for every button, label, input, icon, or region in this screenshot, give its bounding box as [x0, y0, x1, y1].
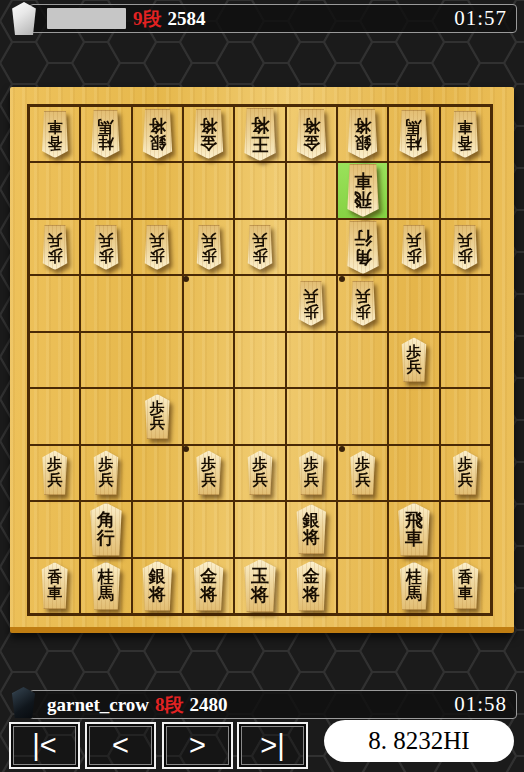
board-cell-4c[interactable]	[286, 219, 337, 275]
top-player-name-redacted	[47, 8, 126, 29]
piece-kanji: 飛車	[340, 164, 386, 217]
piece-kanji: 歩兵	[37, 225, 73, 270]
shogi-piece-k-51[interactable]: 王将	[237, 108, 283, 161]
shogi-piece-S-79[interactable]: 銀将	[136, 561, 179, 611]
board-cell-8b[interactable]	[80, 162, 131, 218]
piece-kanji: 歩兵	[242, 450, 278, 495]
piece-kanji: 玉将	[237, 559, 283, 612]
shogi-piece-N-29[interactable]: 桂馬	[393, 562, 434, 610]
board-cell-3h[interactable]	[337, 501, 388, 557]
piece-kanji: 飛車	[391, 503, 437, 556]
piece-kanji: 角行	[340, 221, 386, 274]
board-cell-9f[interactable]	[29, 388, 80, 444]
piece-kanji: 歩兵	[191, 450, 227, 495]
piece-kanji: 香車	[36, 111, 74, 158]
board-cell-9b[interactable]	[29, 162, 80, 218]
board-cell-8c[interactable]: 歩兵	[80, 219, 131, 275]
shogi-piece-p-23[interactable]: 歩兵	[396, 225, 432, 270]
piece-kanji: 歩兵	[345, 281, 381, 326]
piece-kanji: 桂馬	[393, 110, 434, 158]
board-cell-5e[interactable]	[234, 332, 285, 388]
shogi-piece-K-59[interactable]: 玉将	[237, 559, 283, 612]
board-cell-8e[interactable]	[80, 332, 131, 388]
piece-kanji: 歩兵	[88, 225, 124, 270]
board-cell-3e[interactable]	[337, 332, 388, 388]
board-cell-2b[interactable]	[388, 162, 439, 218]
board-cell-2c[interactable]: 歩兵	[388, 219, 439, 275]
piece-kanji: 歩兵	[242, 225, 278, 270]
board-cell-5c[interactable]: 歩兵	[234, 219, 285, 275]
shogi-piece-s-71[interactable]: 銀将	[136, 109, 179, 159]
board-cell-9h[interactable]	[29, 501, 80, 557]
shogi-piece-b-33[interactable]: 角行	[340, 221, 386, 274]
board-cell-9e[interactable]	[29, 332, 80, 388]
shogi-piece-p-13[interactable]: 歩兵	[447, 225, 483, 270]
piece-kanji: 歩兵	[447, 225, 483, 270]
board-cell-4e[interactable]	[286, 332, 337, 388]
piece-kanji: 歩兵	[293, 281, 329, 326]
board-cell-8g[interactable]: 歩兵	[80, 445, 131, 501]
first-move-button[interactable]: |<	[9, 722, 80, 769]
shogi-piece-p-73[interactable]: 歩兵	[139, 225, 175, 270]
board-cell-8i[interactable]: 桂馬	[80, 558, 131, 614]
board-cell-6d[interactable]	[183, 275, 234, 331]
board-cell-8a[interactable]: 桂馬	[80, 106, 131, 162]
board-cell-3i[interactable]	[337, 558, 388, 614]
shogi-piece-P-87[interactable]: 歩兵	[88, 450, 124, 495]
board-cell-5f[interactable]	[234, 388, 285, 444]
board-cell-3b[interactable]: 飛車	[337, 162, 388, 218]
board-cell-1a[interactable]: 香車	[440, 106, 491, 162]
shogi-piece-P-57[interactable]: 歩兵	[242, 450, 278, 495]
shogi-piece-R-28[interactable]: 飛車	[391, 503, 437, 556]
board-cell-1d[interactable]	[440, 275, 491, 331]
prev-move-button[interactable]: <	[85, 722, 156, 769]
board-cell-5b[interactable]	[234, 162, 285, 218]
board-cell-7h[interactable]	[132, 501, 183, 557]
piece-kanji: 歩兵	[447, 450, 483, 495]
shogi-piece-n-21[interactable]: 桂馬	[393, 110, 434, 158]
piece-kanji: 金将	[187, 561, 230, 611]
board-cell-3f[interactable]	[337, 388, 388, 444]
board-cell-1f[interactable]	[440, 388, 491, 444]
board-cell-7i[interactable]: 銀将	[132, 558, 183, 614]
board-cell-5g[interactable]: 歩兵	[234, 445, 285, 501]
board-cell-1i[interactable]: 香車	[440, 558, 491, 614]
board-cell-9d[interactable]	[29, 275, 80, 331]
shogi-piece-P-47[interactable]: 歩兵	[293, 450, 329, 495]
piece-kanji: 金将	[290, 561, 333, 611]
board-cell-2f[interactable]	[388, 388, 439, 444]
top-player-clock: 01:57	[454, 6, 507, 31]
shogi-piece-p-63[interactable]: 歩兵	[191, 225, 227, 270]
board-cell-9a[interactable]: 香車	[29, 106, 80, 162]
shogi-piece-L-99[interactable]: 香車	[36, 562, 74, 609]
board-cell-4b[interactable]	[286, 162, 337, 218]
shogi-piece-p-93[interactable]: 歩兵	[37, 225, 73, 270]
bottom-player-rank: 8段	[155, 692, 184, 718]
board-cell-7b[interactable]	[132, 162, 183, 218]
piece-kanji: 角行	[83, 503, 129, 556]
next-move-button[interactable]: >	[162, 722, 233, 769]
piece-kanji: 香車	[446, 562, 484, 609]
shogi-piece-r-32[interactable]: 飛車	[340, 164, 386, 217]
piece-kanji: 香車	[446, 111, 484, 158]
board-cell-1g[interactable]: 歩兵	[440, 445, 491, 501]
move-indicator: 8. 8232HI	[324, 720, 514, 762]
board-cell-5a[interactable]: 王将	[234, 106, 285, 162]
shogi-piece-P-76[interactable]: 歩兵	[139, 394, 175, 439]
board-cell-4d[interactable]: 歩兵	[286, 275, 337, 331]
piece-kanji: 歩兵	[396, 225, 432, 270]
top-player-rank: 9段	[133, 6, 162, 32]
board-cell-5i[interactable]: 玉将	[234, 558, 285, 614]
piece-kanji: 歩兵	[88, 450, 124, 495]
board-cell-6e[interactable]	[183, 332, 234, 388]
board-cell-2d[interactable]	[388, 275, 439, 331]
board-cell-1h[interactable]	[440, 501, 491, 557]
board-cell-1c[interactable]: 歩兵	[440, 219, 491, 275]
board-cell-6b[interactable]	[183, 162, 234, 218]
shogi-piece-P-97[interactable]: 歩兵	[37, 450, 73, 495]
top-player-bar: 9段 2584 01:57	[29, 4, 517, 33]
shogi-piece-S-48[interactable]: 銀将	[290, 504, 333, 554]
star-point	[183, 446, 189, 452]
shogi-piece-G-69[interactable]: 金将	[187, 561, 230, 611]
shogi-piece-p-83[interactable]: 歩兵	[88, 225, 124, 270]
shogi-piece-p-44[interactable]: 歩兵	[293, 281, 329, 326]
board-cell-7e[interactable]	[132, 332, 183, 388]
board-cell-3g[interactable]: 歩兵	[337, 445, 388, 501]
piece-kanji: 銀将	[136, 109, 179, 159]
board-cell-7c[interactable]: 歩兵	[132, 219, 183, 275]
shogi-piece-l-11[interactable]: 香車	[446, 111, 484, 158]
board-cell-6i[interactable]: 金将	[183, 558, 234, 614]
board-cell-5d[interactable]	[234, 275, 285, 331]
board-cell-6f[interactable]	[183, 388, 234, 444]
board-cell-2i[interactable]: 桂馬	[388, 558, 439, 614]
piece-kanji: 銀将	[290, 504, 333, 554]
board-cell-3d[interactable]: 歩兵	[337, 275, 388, 331]
board-cell-6h[interactable]	[183, 501, 234, 557]
piece-kanji: 歩兵	[139, 225, 175, 270]
board-cell-8d[interactable]	[80, 275, 131, 331]
star-point	[183, 276, 189, 282]
shogi-piece-G-49[interactable]: 金将	[290, 561, 333, 611]
last-move-button[interactable]: >|	[237, 722, 308, 769]
board-cell-2h[interactable]: 飛車	[388, 501, 439, 557]
board-cell-8f[interactable]	[80, 388, 131, 444]
piece-kanji: 桂馬	[85, 562, 126, 610]
piece-kanji: 銀将	[136, 561, 179, 611]
piece-kanji: 歩兵	[37, 450, 73, 495]
piece-kanji: 歩兵	[191, 225, 227, 270]
shogi-piece-L-19[interactable]: 香車	[446, 562, 484, 609]
bottom-player-clock: 01:58	[454, 692, 507, 717]
board-grid: 香車桂馬銀将金将王将金将銀将桂馬香車飛車歩兵歩兵歩兵歩兵歩兵角行歩兵歩兵歩兵歩兵…	[27, 104, 493, 616]
board-cell-6g[interactable]: 歩兵	[183, 445, 234, 501]
bottom-player-name: garnet_crow	[47, 694, 149, 716]
board-cell-4i[interactable]: 金将	[286, 558, 337, 614]
board-cell-6c[interactable]: 歩兵	[183, 219, 234, 275]
piece-kanji: 歩兵	[396, 337, 432, 382]
piece-kanji: 王将	[237, 108, 283, 161]
board-cell-2a[interactable]: 桂馬	[388, 106, 439, 162]
bottom-player-rating: 2480	[190, 694, 228, 716]
board-cell-9g[interactable]: 歩兵	[29, 445, 80, 501]
piece-kanji: 歩兵	[345, 450, 381, 495]
piece-kanji: 歩兵	[139, 394, 175, 439]
board-cell-7a[interactable]: 銀将	[132, 106, 183, 162]
top-player-rating: 2584	[168, 8, 206, 30]
board-cell-1e[interactable]	[440, 332, 491, 388]
board-cell-7f[interactable]: 歩兵	[132, 388, 183, 444]
piece-kanji: 歩兵	[293, 450, 329, 495]
piece-kanji: 桂馬	[85, 110, 126, 158]
board-cell-3c[interactable]: 角行	[337, 219, 388, 275]
shogi-piece-p-34[interactable]: 歩兵	[345, 281, 381, 326]
board-cell-3a[interactable]: 銀将	[337, 106, 388, 162]
shogi-piece-p-53[interactable]: 歩兵	[242, 225, 278, 270]
shogi-piece-g-41[interactable]: 金将	[290, 109, 333, 159]
shogi-piece-g-61[interactable]: 金将	[187, 109, 230, 159]
bottom-player-bar: garnet_crow 8段 2480 01:58	[29, 690, 517, 719]
board-cell-2g[interactable]	[388, 445, 439, 501]
board-cell-7g[interactable]	[132, 445, 183, 501]
shogi-piece-n-81[interactable]: 桂馬	[85, 110, 126, 158]
board-cell-7d[interactable]	[132, 275, 183, 331]
piece-kanji: 銀将	[341, 109, 384, 159]
board-cell-9c[interactable]: 歩兵	[29, 219, 80, 275]
board-cell-8h[interactable]: 角行	[80, 501, 131, 557]
shogi-piece-s-31[interactable]: 銀将	[341, 109, 384, 159]
board-cell-9i[interactable]: 香車	[29, 558, 80, 614]
board-cell-4f[interactable]	[286, 388, 337, 444]
piece-kanji: 香車	[36, 562, 74, 609]
shogi-piece-B-88[interactable]: 角行	[83, 503, 129, 556]
board-cell-4g[interactable]: 歩兵	[286, 445, 337, 501]
piece-kanji: 金将	[290, 109, 333, 159]
shogi-piece-P-67[interactable]: 歩兵	[191, 450, 227, 495]
piece-kanji: 桂馬	[393, 562, 434, 610]
board-cell-2e[interactable]: 歩兵	[388, 332, 439, 388]
shogi-board: 香車桂馬銀将金将王将金将銀将桂馬香車飛車歩兵歩兵歩兵歩兵歩兵角行歩兵歩兵歩兵歩兵…	[10, 87, 514, 633]
shogi-piece-l-91[interactable]: 香車	[36, 111, 74, 158]
board-cell-6a[interactable]: 金将	[183, 106, 234, 162]
board-cell-5h[interactable]	[234, 501, 285, 557]
shogi-piece-P-17[interactable]: 歩兵	[447, 450, 483, 495]
board-cell-1b[interactable]	[440, 162, 491, 218]
board-cell-4a[interactable]: 金将	[286, 106, 337, 162]
shogi-piece-P-25[interactable]: 歩兵	[396, 337, 432, 382]
shogi-piece-N-89[interactable]: 桂馬	[85, 562, 126, 610]
shogi-piece-P-37[interactable]: 歩兵	[345, 450, 381, 495]
board-cell-4h[interactable]: 銀将	[286, 501, 337, 557]
piece-kanji: 金将	[187, 109, 230, 159]
